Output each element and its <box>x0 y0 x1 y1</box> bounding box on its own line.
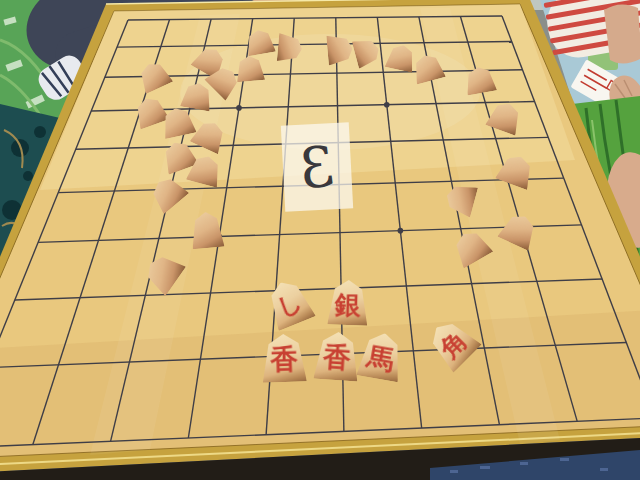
piece-facedown-1[interactable] <box>244 28 276 56</box>
piece-facedown-20[interactable] <box>145 172 188 215</box>
piece-facedown-4[interactable] <box>352 35 382 68</box>
piece-character: 銀 <box>334 291 361 318</box>
piece-character: 香 <box>270 346 299 375</box>
piece-facedown-7[interactable] <box>410 52 446 85</box>
piece-facedown-13[interactable] <box>131 93 169 129</box>
piece-character: し <box>274 289 306 320</box>
piece-facedown-25[interactable] <box>140 248 186 295</box>
piece-facedown-3[interactable] <box>326 33 354 65</box>
piece-facedown-24[interactable] <box>449 226 493 269</box>
piece-kyo-2[interactable]: 香 <box>313 331 360 382</box>
piece-facedown-21[interactable] <box>442 180 477 217</box>
piece-kyo-1[interactable]: 香 <box>261 333 307 383</box>
piece-facedown-14[interactable] <box>485 98 525 135</box>
piece-facedown-16[interactable] <box>189 116 229 154</box>
piece-facedown-23[interactable] <box>497 209 540 251</box>
pieces-layer: し銀角香香馬 <box>0 0 640 480</box>
piece-facedown-12[interactable] <box>180 81 214 112</box>
piece-gin[interactable]: 銀 <box>327 279 369 325</box>
piece-character: 角 <box>436 327 471 362</box>
piece-character: 馬 <box>365 342 396 373</box>
piece-facedown-8[interactable] <box>235 54 265 81</box>
piece-facedown-2[interactable] <box>277 33 303 63</box>
piece-facedown-18[interactable] <box>495 151 537 190</box>
piece-uma[interactable]: 馬 <box>356 330 405 383</box>
piece-shi[interactable]: し <box>262 275 316 331</box>
piece-facedown-5[interactable] <box>385 42 418 72</box>
piece-kaku[interactable]: 角 <box>422 313 481 372</box>
piece-facedown-15[interactable] <box>159 105 196 139</box>
piece-facedown-22[interactable] <box>189 211 224 250</box>
piece-facedown-11[interactable] <box>463 65 497 96</box>
piece-facedown-9[interactable] <box>135 58 173 94</box>
piece-character: 香 <box>322 343 352 373</box>
